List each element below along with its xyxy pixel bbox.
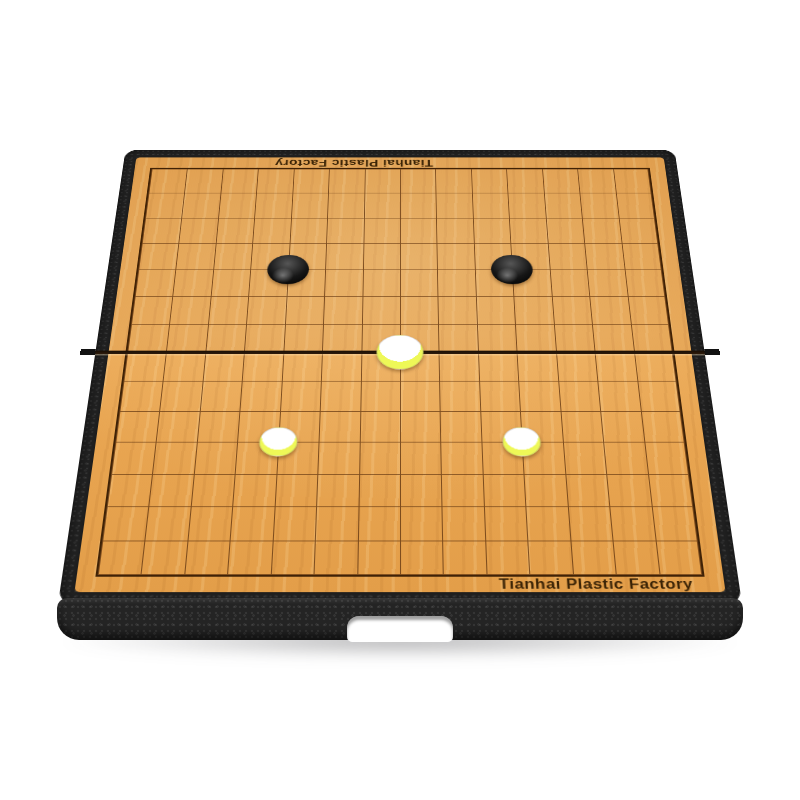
grid-cell [149,474,194,507]
grid-cell [170,296,211,324]
grid-cell [477,324,517,352]
grid-cell [216,218,255,243]
grid-cell [476,296,515,324]
grid-cell [546,218,585,243]
grid-cell [317,442,359,474]
grid-cell [524,474,568,507]
grid-cell [227,540,272,575]
grid-cell [528,540,573,575]
grid-cell [211,269,251,296]
grid-cell [514,296,554,324]
hinge-gap-right [704,349,720,355]
grid-cell [438,296,477,324]
grid-cell [400,442,441,474]
grid-cell [141,540,187,575]
grid-cell [637,381,680,411]
grid-cell [597,381,640,411]
grid-cell [111,442,156,474]
grid-cell [314,540,358,575]
grid-cell [127,324,169,352]
grid-cell [627,296,669,324]
grid-cell [362,296,400,324]
grid-cell [478,352,519,381]
grid-cell [274,474,317,507]
grid-cell [325,243,363,269]
grid-cell [364,193,400,218]
grid-cell [587,269,627,296]
grid-cell [577,169,615,193]
grid-cell [315,506,358,540]
brand-text-top: Tianhai Plastic Factory [135,157,573,167]
grid-cell [592,324,634,352]
grid-cell [163,352,205,381]
grid-cell [98,540,145,575]
grid-cell [107,474,153,507]
grid-cell [609,506,655,540]
grid-cell [400,381,440,411]
grid-cell [321,352,361,381]
board-frame: Tianhai Plastic Factory Tianhai Plastic … [58,150,742,605]
grid-cell [232,474,276,507]
grid-cell [400,243,437,269]
grid-cell [435,169,471,193]
grid-cell [441,442,483,474]
grid-cell [357,506,400,540]
grid-cell [124,352,167,381]
grid-cell [630,324,672,352]
board-grid [95,168,704,577]
brand-text-bottom: Tianhai Plastic Factory [499,577,694,592]
grid-cell [218,193,256,218]
grid-cell [359,411,400,442]
white-stone [376,335,423,370]
grid-cell [326,218,363,243]
grid-cell [556,352,598,381]
grid-cell [634,352,677,381]
grid-cell [319,411,360,442]
grid-cell [203,352,245,381]
grid-cell [613,540,659,575]
grid-cell [400,474,442,507]
grid-cell [253,218,291,243]
grid-cell [197,411,240,442]
grid-cell [437,269,475,296]
grid-cell [438,324,477,352]
grid-cell [600,411,644,442]
grid-cell [145,193,184,218]
grid-cell [509,218,547,243]
grid-cell [291,193,328,218]
grid-cell [120,381,163,411]
grid-cell [400,506,443,540]
grid-cell [640,411,684,442]
grid-cell [357,540,400,575]
grid-cell [208,296,249,324]
grid-cell [363,218,400,243]
white-stone [502,427,542,456]
grid-cell [613,169,652,193]
grid-cell [558,381,600,411]
grid-cell [442,506,485,540]
grid-cell [213,243,252,269]
grid-cell [242,352,283,381]
grid-cell [606,474,651,507]
grid-cell [595,352,637,381]
grid-cell [254,193,292,218]
grid-cell [166,324,208,352]
frame-front-edge [57,598,743,640]
grid-cell [320,381,361,411]
grid-cell [544,193,582,218]
grid-cell [400,296,438,324]
grid-cell [651,506,697,540]
grid-cell [316,474,358,507]
grid-cell [240,381,282,411]
grid-cell [244,324,285,352]
grid-cell [138,243,178,269]
grid-cell [549,269,589,296]
grid-cell [182,193,221,218]
grid-cell [115,411,159,442]
grid-cell [570,540,616,575]
grid-cell [517,352,558,381]
grid-cell [205,324,246,352]
grid-cell [440,411,481,442]
grid-cell [618,218,658,243]
grid-cell [508,193,546,218]
grid-cell [283,324,323,352]
grid-cell [515,324,556,352]
grid-cell [483,474,526,507]
grid-cell [285,296,324,324]
grid-cell [145,506,191,540]
grid-cell [580,193,619,218]
grid-cell [565,474,609,507]
grid-cell [149,169,188,193]
black-stone [491,255,534,284]
grid-cell [554,324,595,352]
grid-cell [176,243,216,269]
grid-cell [220,169,258,193]
go-board: Tianhai Plastic Factory Tianhai Plastic … [58,150,742,605]
grid-cell [173,269,213,296]
grid-cell [518,381,560,411]
grid-cell [156,411,200,442]
grid-cell [246,296,286,324]
grid-cell [485,540,530,575]
grid-cell [400,193,436,218]
grid-cell [280,381,321,411]
grid-cell [142,218,182,243]
grid-cell [582,218,621,243]
grid-cell [131,296,173,324]
grid-cell [281,352,322,381]
grid-cell [472,193,509,218]
grid-cell [184,169,222,193]
grid-cell [400,411,441,442]
product-photo-scene: Tianhai Plastic Factory Tianhai Plastic … [0,0,800,800]
grid-cell [194,442,238,474]
grid-cell [437,243,475,269]
grid-cell [560,411,603,442]
grid-cell [191,474,235,507]
grid-cell [441,474,483,507]
grid-cell [328,169,364,193]
grid-cell [359,442,400,474]
grid-cell [184,540,230,575]
grid-cell [484,506,528,540]
grid-cell [584,243,624,269]
grid-cell [322,324,361,352]
grid-cell [230,506,274,540]
grid-cell [589,296,630,324]
grid-cell [436,218,473,243]
grid-cell [363,243,400,269]
grid-cell [270,540,315,575]
grid-cell [542,169,580,193]
grid-cell [526,506,570,540]
grid-cell [400,269,438,296]
grid-cell [358,474,400,507]
grid-cell [200,381,242,411]
grid-cell [603,442,647,474]
grid-cell [360,381,400,411]
grid-cell [644,442,689,474]
grid-cell [471,169,508,193]
grid-cell [364,169,400,193]
grid-cell [135,269,176,296]
grid-cell [289,218,327,243]
grid-cell [563,442,607,474]
grid-cell [272,506,316,540]
grid-cell [621,243,661,269]
grid-cell [436,193,473,218]
grid-cell [187,506,232,540]
grid-cell [362,269,400,296]
grid-cell [443,540,487,575]
grid-cell [400,169,436,193]
grid-cell [324,269,362,296]
hinge-gap-left [80,349,96,355]
grid-cell [552,296,593,324]
grid-cell [624,269,665,296]
grid-cell [439,352,479,381]
grid-cell [616,193,655,218]
grid-cell [152,442,196,474]
grid-cell [479,381,520,411]
grid-cell [327,193,364,218]
grid-cell [655,540,702,575]
grid-cell [160,381,203,411]
grid-cell [323,296,362,324]
board-surface: Tianhai Plastic Factory Tianhai Plastic … [74,157,725,592]
grid-cell [102,506,148,540]
grid-cell [292,169,329,193]
grid-cell [439,381,480,411]
grid-cell [547,243,586,269]
grid-cell [648,474,694,507]
grid-cell [179,218,218,243]
grid-cell [506,169,543,193]
grid-cell [256,169,293,193]
grid-cell [568,506,613,540]
grid-cell [400,218,437,243]
grid-cell [400,540,443,575]
latch-notch [347,616,453,642]
grid-cell [473,218,511,243]
